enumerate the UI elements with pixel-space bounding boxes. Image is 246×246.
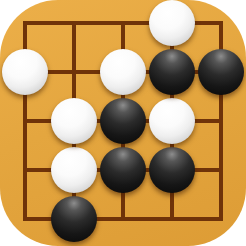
intersection-r2c2 xyxy=(50,48,99,97)
white-stone xyxy=(149,98,195,144)
intersection-r5c4 xyxy=(148,195,197,244)
intersection-r4c5 xyxy=(197,146,246,195)
black-stone xyxy=(198,49,244,95)
intersection-r1c1 xyxy=(1,0,50,48)
intersection-r4c2 xyxy=(50,146,99,195)
black-stone xyxy=(100,98,146,144)
intersection-r4c1 xyxy=(1,146,50,195)
intersection-r3c1 xyxy=(1,97,50,146)
intersection-r3c4 xyxy=(148,97,197,146)
intersection-r2c4 xyxy=(148,48,197,97)
white-stone xyxy=(2,49,48,95)
white-stone xyxy=(51,147,97,193)
go-board xyxy=(1,0,246,244)
intersection-r5c2 xyxy=(50,195,99,244)
intersection-r1c3 xyxy=(99,0,148,48)
intersection-r3c5 xyxy=(197,97,246,146)
intersection-r1c5 xyxy=(197,0,246,48)
intersection-r2c5 xyxy=(197,48,246,97)
black-stone xyxy=(149,49,195,95)
intersection-r1c4 xyxy=(148,0,197,48)
intersection-r2c1 xyxy=(1,48,50,97)
white-stone xyxy=(149,0,195,46)
screenshot-canvas xyxy=(0,0,246,246)
white-stone xyxy=(51,98,97,144)
black-stone xyxy=(100,147,146,193)
intersection-r1c2 xyxy=(50,0,99,48)
intersection-r5c5 xyxy=(197,195,246,244)
go-app-icon[interactable] xyxy=(0,0,246,246)
black-stone xyxy=(149,147,195,193)
intersection-r5c1 xyxy=(1,195,50,244)
intersection-r3c2 xyxy=(50,97,99,146)
intersection-r4c3 xyxy=(99,146,148,195)
intersection-r3c3 xyxy=(99,97,148,146)
white-stone xyxy=(100,49,146,95)
intersection-r2c3 xyxy=(99,48,148,97)
intersection-r4c4 xyxy=(148,146,197,195)
black-stone xyxy=(51,196,97,242)
intersection-r5c3 xyxy=(99,195,148,244)
